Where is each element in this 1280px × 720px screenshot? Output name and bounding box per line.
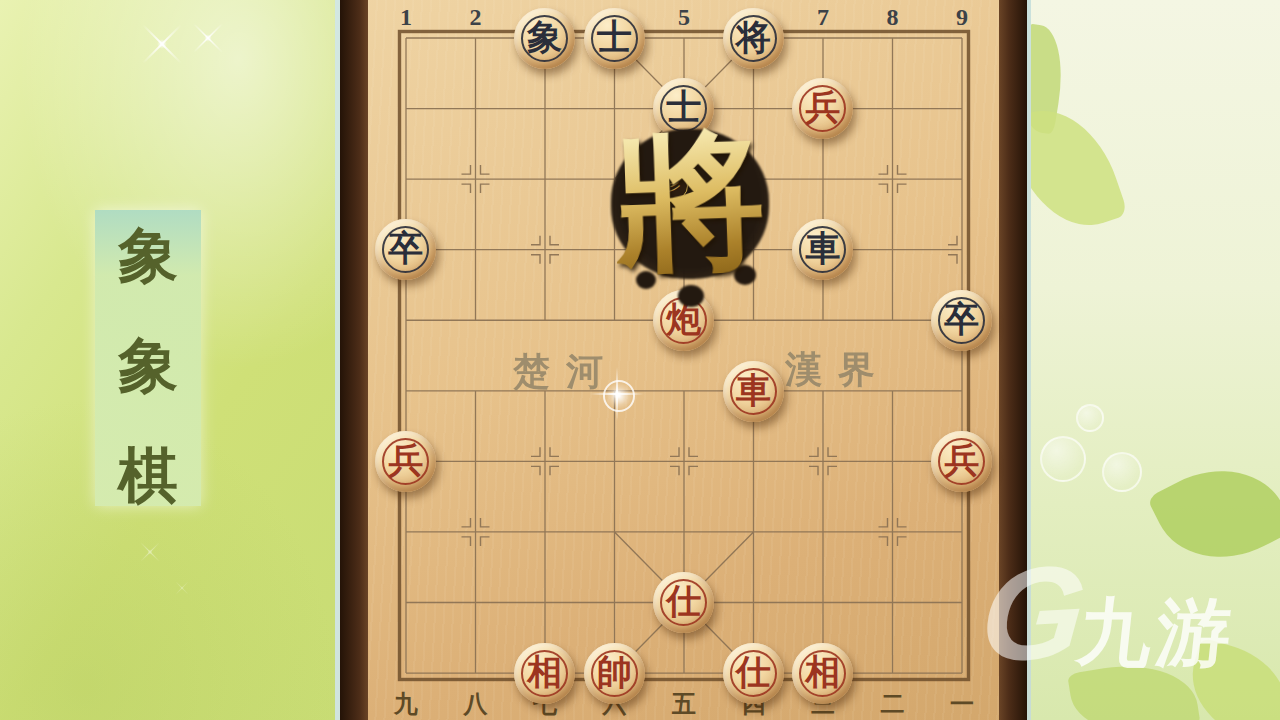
piece-char: 卒 (944, 302, 979, 337)
piece-red-soldier[interactable]: 兵 (375, 431, 436, 492)
piece-char: 兵 (805, 90, 840, 125)
piece-char: 相 (527, 655, 562, 690)
ink-drip (678, 285, 704, 307)
piece-char: 炮 (666, 302, 701, 337)
piece-red-soldier[interactable]: 兵 (792, 78, 853, 139)
piece-char: 仕 (666, 584, 701, 619)
piece-char: 車 (805, 231, 840, 266)
piece-black-advisor[interactable]: 士 (584, 8, 645, 69)
piece-black-soldier[interactable]: 卒 (931, 290, 992, 351)
xiangqi-game-screen: 象 象 棋 123456789 九八七六五四三二一 楚河 漢界 象士将士兵卒車炮… (0, 0, 1280, 720)
piece-red-elephant[interactable]: 相 (514, 643, 575, 704)
logo-character: 將 (612, 124, 767, 279)
xiangqi-board[interactable]: 123456789 九八七六五四三二一 楚河 漢界 象士将士兵卒車炮卒車兵兵仕相… (335, 0, 1031, 720)
piece-black-chariot[interactable]: 車 (792, 219, 853, 280)
piece-red-elephant[interactable]: 相 (792, 643, 853, 704)
piece-char: 卒 (388, 231, 423, 266)
piece-black-soldier[interactable]: 卒 (375, 219, 436, 280)
bubble-decoration (1102, 452, 1142, 492)
board-frame-left (340, 0, 368, 720)
piece-black-elephant[interactable]: 象 (514, 8, 575, 69)
title-char: 棋 (118, 442, 178, 510)
piece-char: 相 (805, 655, 840, 690)
piece-char: 象 (527, 20, 562, 55)
bubble-decoration (1076, 404, 1104, 432)
title-banner: 象 象 棋 (95, 210, 201, 506)
piece-black-general[interactable]: 将 (723, 8, 784, 69)
piece-char: 帥 (597, 655, 632, 690)
brand-watermark: 九游 (1074, 596, 1240, 670)
piece-red-chariot[interactable]: 車 (723, 361, 784, 422)
bubble-decoration (1040, 436, 1086, 482)
piece-char: 車 (736, 373, 771, 408)
piece-char: 士 (597, 20, 632, 55)
piece-red-general[interactable]: 帥 (584, 643, 645, 704)
piece-char: 仕 (736, 655, 771, 690)
piece-red-advisor[interactable]: 仕 (723, 643, 784, 704)
piece-grid: 象士将士兵卒車炮卒車兵兵仕相帥仕相 (371, 3, 997, 708)
title-char: 象 (118, 332, 178, 400)
piece-red-advisor[interactable]: 仕 (653, 572, 714, 633)
piece-char: 将 (736, 20, 771, 55)
piece-char: 兵 (388, 443, 423, 478)
piece-char: 兵 (944, 443, 979, 478)
brand-logo-icon: G (976, 545, 1091, 682)
piece-red-soldier[interactable]: 兵 (931, 431, 992, 492)
title-char: 象 (118, 222, 178, 290)
